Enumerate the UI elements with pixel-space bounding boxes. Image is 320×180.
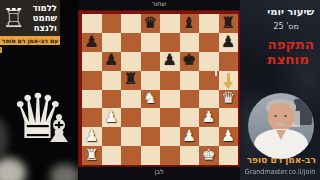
lesson-label: שיעור יומי [267,6,314,17]
white-pawn-g3: ♟ [202,110,216,126]
black-pawn-a7: ♟ [85,35,99,51]
square-f6: ♚ [180,52,200,71]
square-e6: ♟ [160,52,180,71]
presenter-name: רב-אמן רם סופר [247,155,316,165]
square-h2: ♟ [219,127,239,146]
square-h1 [219,146,239,165]
square-c5: ♜ [121,71,141,90]
white-rook-a1: ♜ [85,148,99,164]
square-d5 [141,71,161,90]
square-b3: ♟ [102,108,122,127]
square-a8 [82,14,102,33]
lesson-number: מס' 25 [273,22,299,31]
square-g6 [199,52,219,71]
square-c2 [121,127,141,146]
square-d1 [141,146,161,165]
square-e1 [160,146,180,165]
square-b8 [102,14,122,33]
square-b4 [102,90,122,109]
website-url: Grandmaster.co.il/join [243,168,317,176]
white-king-g1: ♚ [202,148,216,164]
square-g8 [199,14,219,33]
square-c4 [121,90,141,109]
channel-title-line2: שחמט [27,13,57,23]
square-h6 [219,52,239,71]
square-b1 [102,146,122,165]
white-pawn-b3: ♟ [104,110,118,126]
square-a2: ♟ [82,127,102,146]
chess-board: ♛♝♜♟♟♟♟♚♜♞♛♟♟♟♟♟♜♚ [78,10,240,167]
square-e4 [160,90,180,109]
square-f1 [180,146,200,165]
avatar-mustache [276,123,286,126]
square-f3 [180,108,200,127]
square-h5 [219,71,239,90]
white-pawn-h2: ♟ [221,129,235,145]
channel-logo-card: ♖ ללמוד שחמט ולנצח [0,0,60,36]
white-pawn-f2: ♟ [182,129,196,145]
square-e3 [160,108,180,127]
square-h7: ♟ [219,33,239,52]
avatar-face [268,103,294,131]
rook-logo-icon: ♖ [2,5,25,31]
square-c7 [121,33,141,52]
channel-title-line3: ולנצח [27,23,57,33]
black-pawn-e6: ♟ [163,53,177,69]
square-a4 [82,90,102,109]
square-d6 [141,52,161,71]
white-knight-d4: ♞ [143,91,157,107]
square-b6: ♟ [102,52,122,71]
square-f5 [180,71,200,90]
cursor-mark [215,71,217,76]
avatar-eye [284,115,287,117]
square-c6 [121,52,141,71]
square-g7 [199,33,219,52]
square-d2 [141,127,161,146]
square-c8 [121,14,141,33]
square-b7 [102,33,122,52]
headline-line2: מוחצת [267,52,309,67]
video-thumbnail[interactable]: ♛ ♝ ♖ ללמוד שחמט ולנצח עם רב-אמן רם סופר… [0,0,320,180]
square-a7: ♟ [82,33,102,52]
channel-title: ללמוד שחמט ולנצח [25,3,60,33]
square-d8: ♛ [141,14,161,33]
black-rook-h8: ♜ [221,16,235,32]
square-e8 [160,14,180,33]
black-rook-c5: ♜ [124,72,138,88]
blurred-piece-blob [0,118,8,158]
lesson-headline: התקפה מוחצת [267,37,314,67]
square-b5 [102,71,122,90]
black-pawn-b6: ♟ [104,53,118,69]
black-king-f6: ♚ [182,53,196,69]
square-b2 [102,127,122,146]
white-pawn-a2: ♟ [85,129,99,145]
black-pawn-h7: ♟ [221,35,235,51]
square-a3 [82,108,102,127]
black-side-label: שחור [78,0,240,9]
square-e2 [160,127,180,146]
presenter-ribbon: עם רב-אמן רם סופר [0,36,60,45]
presenter-avatar [248,93,314,159]
avatar-eye [274,115,277,117]
square-c1 [121,146,141,165]
square-g4 [199,90,219,109]
square-a1: ♜ [82,146,102,165]
square-h3 [219,108,239,127]
board-grid: ♛♝♜♟♟♟♟♚♜♞♛♟♟♟♟♟♜♚ [82,14,238,165]
headline-line1: התקפה [267,36,314,52]
square-f4 [180,90,200,109]
square-a6 [82,52,102,71]
square-g2 [199,127,219,146]
square-h4: ♛ [219,90,239,109]
square-f2: ♟ [180,127,200,146]
white-side-label: לבן [78,168,240,177]
square-e7 [160,33,180,52]
photo-white-bishop-piece: ♝ [42,110,76,148]
square-e5 [160,71,180,90]
square-g1: ♚ [199,146,219,165]
channel-title-line1: ללמוד [27,3,57,13]
square-g5 [199,71,219,90]
square-a5 [82,71,102,90]
square-d3 [141,108,161,127]
black-bishop-f8: ♝ [182,16,196,32]
white-queen-h4: ♛ [221,91,235,107]
square-d4: ♞ [141,90,161,109]
gold-edge-mark [0,47,2,53]
square-f7 [180,33,200,52]
square-h8: ♜ [219,14,239,33]
square-c3 [121,108,141,127]
black-queen-d8: ♛ [143,16,157,32]
square-d7 [141,33,161,52]
blurred-piece-blob [50,164,78,180]
square-g3: ♟ [199,108,219,127]
right-info-panel: שיעור יומי מס' 25 התקפה מוחצת רב-אמן רם … [240,0,320,180]
blurred-piece-blob [0,158,26,180]
square-f8: ♝ [180,14,200,33]
